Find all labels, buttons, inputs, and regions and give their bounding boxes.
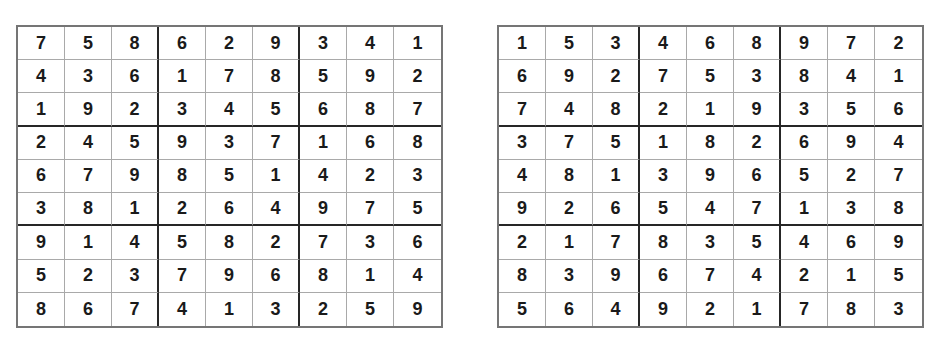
sudoku-cell: 8 [253,60,300,93]
sudoku-cell: 7 [253,127,300,160]
sudoku-cell: 4 [734,260,781,293]
sudoku-cell: 6 [734,160,781,193]
sudoku-cell: 3 [781,93,828,126]
sudoku-cell: 5 [828,93,875,126]
sudoku-cell: 9 [112,160,159,193]
sudoku-cell: 5 [206,160,253,193]
sudoku-cell: 3 [687,226,734,259]
sudoku-cell: 3 [65,60,112,93]
sudoku-cell: 3 [734,60,781,93]
sudoku-cell: 1 [394,27,441,60]
sudoku-cell: 1 [734,293,781,326]
sudoku-cell: 8 [18,293,65,326]
sudoku-cell: 2 [828,160,875,193]
sudoku-cell: 3 [640,160,687,193]
sudoku-cell: 4 [593,293,640,326]
sudoku-cell: 1 [253,160,300,193]
sudoku-cell: 1 [546,226,593,259]
sudoku-cell: 6 [253,260,300,293]
sudoku-cell: 5 [781,160,828,193]
sudoku-cell: 2 [734,127,781,160]
sudoku-cell: 1 [593,160,640,193]
sudoku-cell: 9 [300,193,347,226]
sudoku-cell: 8 [593,93,640,126]
sudoku-cell: 2 [875,27,922,60]
sudoku-cell: 3 [347,226,394,259]
sudoku-cell: 7 [159,260,206,293]
sudoku-cell: 2 [159,193,206,226]
sudoku-cell: 5 [546,27,593,60]
sudoku-cell: 8 [206,226,253,259]
sudoku-cell: 4 [394,260,441,293]
sudoku-cell: 8 [394,127,441,160]
sudoku-cell: 3 [206,127,253,160]
sudoku-cell: 2 [206,27,253,60]
sudoku-grid-left: 7586293414361785921923456872459371686798… [16,25,443,328]
sudoku-cell: 5 [499,293,546,326]
sudoku-cell: 6 [18,160,65,193]
sudoku-cell: 2 [347,160,394,193]
sudoku-cell: 8 [112,27,159,60]
sudoku-cell: 4 [65,127,112,160]
sudoku-cell: 6 [828,226,875,259]
sudoku-cell: 1 [300,127,347,160]
sudoku-cell: 7 [18,27,65,60]
sudoku-cell: 8 [781,60,828,93]
sudoku-cell: 1 [65,226,112,259]
sudoku-cell: 9 [159,127,206,160]
sudoku-cell: 7 [347,193,394,226]
sudoku-cell: 1 [347,260,394,293]
sudoku-cell: 7 [781,293,828,326]
sudoku-cell: 6 [687,27,734,60]
sudoku-cell: 6 [112,60,159,93]
sudoku-cell: 4 [159,293,206,326]
sudoku-cell: 1 [687,93,734,126]
sudoku-cell: 5 [112,127,159,160]
sudoku-cell: 9 [206,260,253,293]
sudoku-grid-right: 1534689726927538417482193563751826944813… [497,25,924,328]
sudoku-cell: 8 [499,260,546,293]
sudoku-cell: 7 [734,193,781,226]
sudoku-cell: 5 [394,193,441,226]
sudoku-cell: 5 [18,260,65,293]
sudoku-cell: 3 [828,193,875,226]
sudoku-cell: 4 [640,27,687,60]
sudoku-cell: 2 [546,193,593,226]
sudoku-cell: 3 [253,293,300,326]
sudoku-cell: 6 [394,226,441,259]
sudoku-cell: 4 [828,60,875,93]
sudoku-cell: 6 [159,27,206,60]
sudoku-cell: 6 [640,260,687,293]
sudoku-cell: 3 [546,260,593,293]
sudoku-cell: 1 [112,193,159,226]
sudoku-cell: 1 [499,27,546,60]
sudoku-cell: 5 [593,127,640,160]
sudoku-cell: 7 [687,260,734,293]
sudoku-cell: 7 [300,226,347,259]
sudoku-cell: 3 [18,193,65,226]
sudoku-cell: 9 [253,27,300,60]
sudoku-cell: 8 [159,160,206,193]
sudoku-cell: 7 [65,160,112,193]
sudoku-cell: 8 [734,27,781,60]
sudoku-cell: 9 [593,260,640,293]
sudoku-cell: 2 [781,260,828,293]
sudoku-cell: 4 [781,226,828,259]
sudoku-cell: 7 [499,93,546,126]
sudoku-cell: 6 [875,93,922,126]
sudoku-cell: 9 [687,160,734,193]
sudoku-cell: 2 [687,293,734,326]
sudoku-cell: 6 [593,193,640,226]
sudoku-cell: 5 [875,260,922,293]
sudoku-cell: 8 [640,226,687,259]
sudoku-cell: 2 [18,127,65,160]
sudoku-cell: 9 [546,60,593,93]
sudoku-cell: 1 [781,193,828,226]
sudoku-cell: 1 [206,293,253,326]
sudoku-cell: 3 [159,93,206,126]
sudoku-cell: 1 [159,60,206,93]
sudoku-cell: 6 [347,127,394,160]
sudoku-cell: 8 [875,193,922,226]
sudoku-cell: 9 [499,193,546,226]
sudoku-cell: 3 [593,27,640,60]
sudoku-cell: 2 [593,60,640,93]
sudoku-cell: 5 [65,27,112,60]
sudoku-cell: 2 [112,93,159,126]
sudoku-cell: 2 [640,93,687,126]
sudoku-cell: 9 [347,60,394,93]
sudoku-cell: 5 [159,226,206,259]
sudoku-cell: 3 [875,293,922,326]
sudoku-cell: 5 [300,60,347,93]
sudoku-cell: 4 [347,27,394,60]
sudoku-cell: 5 [640,193,687,226]
sudoku-cell: 6 [65,293,112,326]
sudoku-cell: 7 [593,226,640,259]
sudoku-cell: 7 [828,27,875,60]
sudoku-cell: 9 [781,27,828,60]
sudoku-cell: 1 [828,260,875,293]
sudoku-cell: 8 [65,193,112,226]
sudoku-cell: 6 [546,293,593,326]
sudoku-cell: 8 [687,127,734,160]
sudoku-cell: 7 [394,93,441,126]
sudoku-cell: 9 [640,293,687,326]
sudoku-cell: 7 [206,60,253,93]
sudoku-cell: 2 [65,260,112,293]
sudoku-cell: 4 [687,193,734,226]
sudoku-cell: 6 [781,127,828,160]
sudoku-cell: 4 [112,226,159,259]
sudoku-cell: 7 [640,60,687,93]
puzzle-page: 7586293414361785921923456872459371686798… [0,0,945,355]
sudoku-cell: 7 [875,160,922,193]
sudoku-cell: 4 [499,160,546,193]
sudoku-cell: 9 [18,226,65,259]
sudoku-cell: 7 [546,127,593,160]
sudoku-cell: 5 [347,293,394,326]
sudoku-cell: 4 [253,193,300,226]
sudoku-cell: 6 [499,60,546,93]
sudoku-cell: 8 [546,160,593,193]
sudoku-cell: 9 [828,127,875,160]
sudoku-cell: 8 [347,93,394,126]
sudoku-cell: 4 [18,60,65,93]
sudoku-cell: 6 [300,93,347,126]
sudoku-cell: 4 [875,127,922,160]
sudoku-cell: 4 [206,93,253,126]
sudoku-cell: 7 [112,293,159,326]
sudoku-cell: 2 [394,60,441,93]
sudoku-cell: 6 [206,193,253,226]
sudoku-cell: 1 [640,127,687,160]
sudoku-cell: 5 [253,93,300,126]
sudoku-cell: 3 [300,27,347,60]
sudoku-cell: 9 [65,93,112,126]
sudoku-cell: 4 [300,160,347,193]
sudoku-cell: 5 [687,60,734,93]
sudoku-cell: 2 [499,226,546,259]
sudoku-cell: 1 [18,93,65,126]
sudoku-cell: 1 [875,60,922,93]
sudoku-cell: 3 [112,260,159,293]
sudoku-cell: 9 [875,226,922,259]
sudoku-cell: 8 [300,260,347,293]
sudoku-cell: 2 [300,293,347,326]
sudoku-cell: 9 [394,293,441,326]
sudoku-cell: 3 [394,160,441,193]
sudoku-cell: 8 [828,293,875,326]
sudoku-cell: 5 [734,226,781,259]
sudoku-cell: 9 [734,93,781,126]
sudoku-cell: 4 [546,93,593,126]
sudoku-cell: 3 [499,127,546,160]
sudoku-cell: 2 [253,226,300,259]
